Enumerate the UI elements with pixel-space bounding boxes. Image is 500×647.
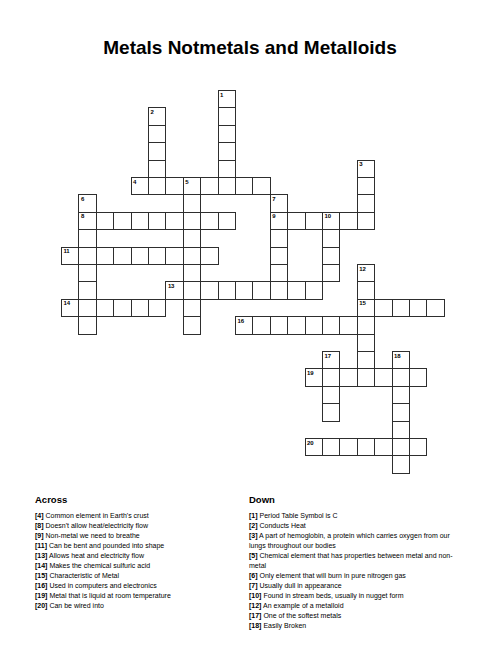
puzzle-title: Metals Notmetals and Metalloids (0, 37, 500, 59)
grid-cell-r11c1[interactable] (78, 281, 96, 299)
clue-number-label: [16] (35, 582, 47, 589)
clue-down-10: [10] Found in stream beds, usually in nu… (249, 591, 454, 601)
grid-cell-r9c3[interactable] (113, 247, 131, 265)
clue-number-label: [7] (249, 582, 258, 589)
clue-number-label: [10] (249, 592, 261, 599)
grid-cell-r7c13[interactable] (287, 212, 305, 230)
grid-cell-r11c17[interactable] (357, 281, 375, 299)
clue-across-4: [4] Common element in Earth's crust (35, 511, 240, 521)
clue-number-label: [17] (249, 612, 261, 619)
grid-cell-r7c3[interactable] (113, 212, 131, 230)
grid-cell-r7c7[interactable] (183, 212, 201, 230)
cell-number-12: 12 (359, 266, 365, 273)
grid-cell-r8c1[interactable] (78, 229, 96, 247)
clue-number-label: [5] (249, 552, 258, 559)
grid-cell-r20c14[interactable]: 20 (305, 438, 323, 456)
grid-cell-r12c18[interactable] (374, 299, 392, 317)
grid-cell-r15c19[interactable]: 18 (392, 351, 410, 369)
grid-cell-r3c5[interactable] (148, 142, 166, 160)
grid-cell-r5c8[interactable] (200, 177, 218, 195)
grid-cell-r8c12[interactable] (270, 229, 288, 247)
clue-across-16: [16] Used in computers and electronics (35, 581, 240, 591)
grid-cell-r7c15[interactable]: 10 (322, 212, 340, 230)
grid-cell-r16c18[interactable] (374, 368, 392, 386)
grid-cell-r10c7[interactable] (183, 264, 201, 282)
cell-number-15: 15 (359, 300, 365, 307)
grid-cell-r9c0[interactable]: 11 (61, 247, 79, 265)
grid-cell-r4c17[interactable]: 3 (357, 160, 375, 178)
grid-cell-r1c5[interactable]: 2 (148, 107, 166, 125)
grid-cell-r7c8[interactable] (200, 212, 218, 230)
clue-number-label: [11] (35, 542, 47, 549)
grid-cell-r12c21[interactable] (426, 299, 444, 317)
grid-cell-r11c9[interactable] (218, 281, 236, 299)
grid-cell-r17c19[interactable] (392, 386, 410, 404)
grid-cell-r2c5[interactable] (148, 125, 166, 143)
clue-number-label: [12] (249, 602, 261, 609)
clue-down-5: [5] Chemical element that has properties… (249, 551, 454, 571)
clue-across-8: [8] Doesn't allow heat/electricity flow (35, 521, 240, 531)
grid-cell-r8c7[interactable] (183, 229, 201, 247)
grid-cell-r12c0[interactable]: 14 (61, 299, 79, 317)
grid-cell-r19c19[interactable] (392, 421, 410, 439)
across-clue-list: [4] Common element in Earth's crust[8] D… (35, 511, 240, 611)
cell-number-3: 3 (359, 161, 362, 168)
grid-cell-r20c17[interactable] (357, 438, 375, 456)
grid-cell-r12c2[interactable] (96, 299, 114, 317)
grid-cell-r20c18[interactable] (374, 438, 392, 456)
grid-cell-r9c6[interactable] (165, 247, 183, 265)
clue-down-18: [18] Easily Broken (249, 621, 454, 631)
grid-cell-r13c13[interactable] (287, 316, 305, 334)
grid-cell-r11c10[interactable] (235, 281, 253, 299)
clue-number-label: [14] (35, 562, 47, 569)
grid-cell-r9c2[interactable] (96, 247, 114, 265)
clue-across-13: [13] Allows heat and electricity flow (35, 551, 240, 561)
grid-cell-r7c12[interactable]: 9 (270, 212, 288, 230)
grid-cell-r15c17[interactable] (357, 351, 375, 369)
clue-down-12: [12] An example of a metalloid (249, 601, 454, 611)
grid-cell-r6c17[interactable] (357, 194, 375, 212)
clue-across-9: [9] Non-metal we need to breathe (35, 531, 240, 541)
grid-cell-r6c1[interactable]: 6 (78, 194, 96, 212)
grid-cell-r12c4[interactable] (131, 299, 149, 317)
grid-cell-r11c13[interactable] (287, 281, 305, 299)
grid-cell-r12c1[interactable] (78, 299, 96, 317)
clue-number-label: [3] (249, 532, 258, 539)
grid-cell-r17c15[interactable] (322, 386, 340, 404)
grid-cell-r13c16[interactable] (339, 316, 357, 334)
cell-number-16: 16 (238, 318, 244, 325)
cell-number-2: 2 (151, 109, 154, 116)
grid-cell-r11c6[interactable]: 13 (165, 281, 183, 299)
grid-cell-r9c4[interactable] (131, 247, 149, 265)
grid-cell-r5c11[interactable] (252, 177, 270, 195)
grid-cell-r7c17[interactable] (357, 212, 375, 230)
clue-down-2: [2] Conducts Heat (249, 521, 454, 531)
grid-cell-r13c11[interactable] (252, 316, 270, 334)
grid-cell-r13c14[interactable] (305, 316, 323, 334)
clue-number-label: [1] (249, 512, 258, 519)
grid-cell-r7c14[interactable] (305, 212, 323, 230)
grid-cell-r12c5[interactable] (148, 299, 166, 317)
cell-number-14: 14 (64, 300, 70, 307)
grid-cell-r20c16[interactable] (339, 438, 357, 456)
cell-number-19: 19 (307, 370, 313, 377)
cell-number-20: 20 (307, 440, 313, 447)
cell-number-5: 5 (185, 179, 188, 186)
grid-cell-r5c17[interactable] (357, 177, 375, 195)
grid-cell-r13c15[interactable] (322, 316, 340, 334)
grid-cell-r16c19[interactable] (392, 368, 410, 386)
cell-number-17: 17 (325, 353, 331, 360)
grid-cell-r5c7[interactable]: 5 (183, 177, 201, 195)
clue-number-label: [13] (35, 552, 47, 559)
down-header: Down (249, 494, 454, 505)
grid-cell-r6c7[interactable] (183, 194, 201, 212)
worksheet-page: Metals Notmetals and Metalloids 12345678… (0, 0, 500, 647)
grid-cell-r11c8[interactable] (200, 281, 218, 299)
cell-number-4: 4 (133, 179, 136, 186)
clue-number-label: [19] (35, 592, 47, 599)
clue-number-label: [6] (249, 572, 258, 579)
clue-down-17: [17] One of the softest metals (249, 611, 454, 621)
grid-cell-r10c12[interactable] (270, 264, 288, 282)
clue-number-label: [9] (35, 532, 44, 539)
grid-cell-r16c17[interactable] (357, 368, 375, 386)
grid-cell-r11c11[interactable] (252, 281, 270, 299)
clue-across-20: [20] Can be wired into (35, 601, 240, 611)
clue-number-label: [15] (35, 572, 47, 579)
across-header: Across (35, 494, 240, 505)
clue-across-19: [19] Metal that is liquid at room temper… (35, 591, 240, 601)
clue-number-label: [18] (249, 622, 261, 629)
clue-across-11: [11] Can be bent and pounded into shape (35, 541, 240, 551)
down-clue-list: [1] Period Table Symbol is C[2] Conducts… (249, 511, 454, 631)
grid-cell-r5c6[interactable] (165, 177, 183, 195)
cell-number-1: 1 (220, 92, 223, 99)
grid-cell-r10c17[interactable]: 12 (357, 264, 375, 282)
clue-down-1: [1] Period Table Symbol is C (249, 511, 454, 521)
grid-cell-r12c3[interactable] (113, 299, 131, 317)
cell-number-18: 18 (394, 353, 400, 360)
grid-cell-r16c20[interactable] (409, 368, 427, 386)
clue-down-3: [3] A part of hemoglobin, a protein whic… (249, 531, 454, 551)
grid-cell-r1c9[interactable] (218, 107, 236, 125)
grid-cell-r7c9[interactable] (218, 212, 236, 230)
grid-cell-r12c19[interactable] (392, 299, 410, 317)
grid-cell-r11c14[interactable] (305, 281, 323, 299)
grid-cell-r8c15[interactable] (322, 229, 340, 247)
clue-across-14: [14] Makes the chemical sulfuric acid (35, 561, 240, 571)
grid-cell-r12c7[interactable] (183, 299, 201, 317)
clue-number-label: [8] (35, 522, 44, 529)
grid-cell-r16c14[interactable]: 19 (305, 368, 323, 386)
grid-cell-r12c20[interactable] (409, 299, 427, 317)
grid-cell-r7c6[interactable] (165, 212, 183, 230)
cell-number-6: 6 (81, 196, 84, 203)
grid-cell-r13c10[interactable]: 16 (235, 316, 253, 334)
grid-cell-r3c9[interactable] (218, 142, 236, 160)
cell-number-7: 7 (272, 196, 275, 203)
grid-cell-r7c1[interactable]: 8 (78, 212, 96, 230)
clue-down-6: [6] Only element that will burn in pure … (249, 571, 454, 581)
grid-cell-r20c19[interactable] (392, 438, 410, 456)
grid-cell-r9c8[interactable] (200, 247, 218, 265)
grid-cell-r21c19[interactable] (392, 455, 410, 473)
clue-number-label: [4] (35, 512, 44, 519)
cell-number-13: 13 (168, 283, 174, 290)
cell-number-11: 11 (64, 248, 70, 255)
grid-cell-r5c4[interactable]: 4 (131, 177, 149, 195)
grid-cell-r13c7[interactable] (183, 316, 201, 334)
grid-cell-r13c1[interactable] (78, 316, 96, 334)
clue-across-15: [15] Characteristic of Metal (35, 571, 240, 581)
clue-number-label: [20] (35, 602, 47, 609)
grid-cell-r5c5[interactable] (148, 177, 166, 195)
cell-number-10: 10 (325, 213, 331, 220)
grid-cell-r2c9[interactable] (218, 125, 236, 143)
grid-cell-r10c1[interactable] (78, 264, 96, 282)
grid-cell-r13c17[interactable] (357, 316, 375, 334)
grid-cell-r11c12[interactable] (270, 281, 288, 299)
clue-down-7: [7] Usually dull in appearance (249, 581, 454, 591)
grid-cell-r16c15[interactable] (322, 368, 340, 386)
grid-cell-r7c4[interactable] (131, 212, 149, 230)
grid-cell-r9c5[interactable] (148, 247, 166, 265)
grid-cell-r4c5[interactable] (148, 160, 166, 178)
grid-cell-r14c17[interactable] (357, 334, 375, 352)
grid-cell-r12c17[interactable]: 15 (357, 299, 375, 317)
grid-cell-r5c10[interactable] (235, 177, 253, 195)
grid-cell-r7c5[interactable] (148, 212, 166, 230)
grid-cell-r6c12[interactable]: 7 (270, 194, 288, 212)
down-clues-section: Down [1] Period Table Symbol is C[2] Con… (249, 494, 454, 631)
grid-cell-r10c15[interactable] (322, 264, 340, 282)
grid-cell-r20c20[interactable] (409, 438, 427, 456)
grid-cell-r9c15[interactable] (322, 247, 340, 265)
grid-cell-r15c15[interactable]: 17 (322, 351, 340, 369)
grid-cell-r18c19[interactable] (392, 403, 410, 421)
grid-cell-r13c12[interactable] (270, 316, 288, 334)
grid-cell-r7c16[interactable] (339, 212, 357, 230)
grid-cell-r5c9[interactable] (218, 177, 236, 195)
grid-cell-r16c16[interactable] (339, 368, 357, 386)
cell-number-9: 9 (272, 213, 275, 220)
grid-cell-r18c15[interactable] (322, 403, 340, 421)
grid-cell-r20c15[interactable] (322, 438, 340, 456)
clue-number-label: [2] (249, 522, 258, 529)
grid-cell-r4c9[interactable] (218, 160, 236, 178)
grid-cell-r0c9[interactable]: 1 (218, 90, 236, 108)
across-clues-section: Across [4] Common element in Earth's cru… (35, 494, 240, 611)
grid-cell-r9c7[interactable] (183, 247, 201, 265)
grid-cell-r9c1[interactable] (78, 247, 96, 265)
grid-cell-r9c12[interactable] (270, 247, 288, 265)
cell-number-8: 8 (81, 213, 84, 220)
grid-cell-r7c2[interactable] (96, 212, 114, 230)
crossword-grid: 1234567891011121314151617181920 (61, 90, 445, 474)
grid-cell-r11c7[interactable] (183, 281, 201, 299)
